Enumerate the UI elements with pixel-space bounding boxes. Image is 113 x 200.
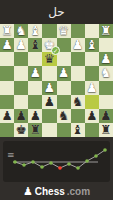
white-queen-d1: ♛ — [57, 24, 71, 38]
square-c2[interactable]: ♟ — [71, 38, 85, 52]
black-bishop-f2: ♝ — [28, 38, 42, 52]
square-e7[interactable] — [42, 109, 56, 123]
square-e4[interactable] — [42, 66, 56, 80]
square-g5[interactable] — [14, 81, 28, 95]
square-g8[interactable]: ♚ — [14, 123, 28, 137]
square-f1[interactable]: ♝ — [28, 24, 42, 38]
square-g3[interactable] — [14, 52, 28, 66]
white-knight-a4: ♞ — [99, 66, 113, 80]
chesscom-logo[interactable]: ♟Chess.com — [0, 183, 113, 200]
square-d4[interactable]: ♟ — [57, 66, 71, 80]
evaluation-graph-panel: ≡ — [3, 141, 110, 182]
square-f8[interactable]: ♜ — [28, 123, 42, 137]
square-a1[interactable]: ♜ — [99, 24, 113, 38]
square-a3[interactable]: ♟ — [99, 52, 113, 66]
square-h1[interactable]: ♜ — [0, 24, 14, 38]
square-g1[interactable]: ♞ — [14, 24, 28, 38]
white-rook-h1: ♜ — [0, 24, 14, 38]
square-c4[interactable] — [71, 66, 85, 80]
square-a6[interactable] — [99, 95, 113, 109]
black-pawn-f7: ♟ — [28, 109, 42, 123]
square-b7[interactable]: ♟ — [85, 109, 99, 123]
square-f4[interactable]: ♟ — [28, 66, 42, 80]
eval-point-1[interactable] — [22, 163, 26, 167]
eval-point-8[interactable] — [85, 159, 89, 163]
square-a5[interactable] — [99, 81, 113, 95]
square-f3[interactable] — [28, 52, 42, 66]
square-a4[interactable]: ♞ — [99, 66, 113, 80]
square-e5[interactable]: ♟ — [42, 81, 56, 95]
square-h7[interactable]: ♟ — [0, 109, 14, 123]
square-c1[interactable] — [71, 24, 85, 38]
chess-board: ♜♞♝♛♜♟♟♝♚♟♝♛♟♟♟♞♟♟♟♞♟♟♟♞♟♟♚♜♝♜ — [0, 24, 113, 137]
white-pawn-b5: ♟ — [85, 81, 99, 95]
white-rook-a1: ♜ — [99, 24, 113, 38]
eval-point-10[interactable] — [103, 148, 107, 152]
black-rook-f8: ♜ — [28, 123, 42, 137]
top-title-bar: حل — [0, 0, 113, 24]
correct-move-check-icon: ✓ — [51, 46, 60, 55]
white-pawn-e5: ♟ — [42, 81, 56, 95]
black-bishop-c8: ♝ — [71, 123, 85, 137]
black-pawn-e6: ♟ — [42, 95, 56, 109]
black-pawn-g7: ♟ — [14, 109, 28, 123]
square-b8[interactable] — [85, 123, 99, 137]
square-f2[interactable]: ♝ — [28, 38, 42, 52]
square-c8[interactable]: ♝ — [71, 123, 85, 137]
white-pawn-d4: ♟ — [57, 66, 71, 80]
white-pawn-f4: ♟ — [28, 66, 42, 80]
square-d5[interactable] — [57, 81, 71, 95]
eval-point-6[interactable] — [67, 162, 71, 166]
square-b1[interactable] — [85, 24, 99, 38]
square-h6[interactable] — [0, 95, 14, 109]
eval-point-9[interactable] — [94, 154, 98, 158]
black-pawn-h7: ♟ — [0, 109, 14, 123]
square-h5[interactable] — [0, 81, 14, 95]
eval-point-2[interactable] — [31, 160, 35, 164]
square-d8[interactable] — [57, 123, 71, 137]
square-a2[interactable] — [99, 38, 113, 52]
square-g4[interactable] — [14, 66, 28, 80]
square-b3[interactable] — [85, 52, 99, 66]
square-h2[interactable]: ♟ — [0, 38, 14, 52]
eval-point-3[interactable] — [40, 165, 44, 169]
square-g2[interactable]: ♟ — [14, 38, 28, 52]
white-pawn-h2: ♟ — [0, 38, 14, 52]
square-d3[interactable] — [57, 52, 71, 66]
square-c7[interactable] — [71, 109, 85, 123]
square-h3[interactable] — [0, 52, 14, 66]
eval-point-5[interactable] — [58, 166, 62, 170]
square-a7[interactable]: ♟ — [99, 109, 113, 123]
black-king-g8: ♚ — [14, 123, 28, 137]
black-knight-d7: ♞ — [57, 109, 71, 123]
square-c5[interactable] — [71, 81, 85, 95]
brand-name: Chess — [35, 186, 65, 197]
square-b4[interactable] — [85, 66, 99, 80]
pawn-logo-icon: ♟ — [23, 186, 33, 197]
evaluation-graph — [3, 141, 110, 182]
square-e8[interactable] — [42, 123, 56, 137]
eval-point-7[interactable] — [76, 166, 80, 170]
square-g7[interactable]: ♟ — [14, 109, 28, 123]
black-knight-c6: ♞ — [71, 95, 85, 109]
white-bishop-f1: ♝ — [28, 24, 42, 38]
square-c6[interactable]: ♞ — [71, 95, 85, 109]
square-h8[interactable] — [0, 123, 14, 137]
white-knight-g1: ♞ — [14, 24, 28, 38]
page-title: حل — [48, 0, 65, 24]
square-b2[interactable]: ♝ — [85, 38, 99, 52]
square-a8[interactable]: ♜ — [99, 123, 113, 137]
brand-suffix: .com — [67, 186, 90, 197]
square-d7[interactable]: ♞ — [57, 109, 71, 123]
white-pawn-g2: ♟ — [14, 38, 28, 52]
eval-point-4[interactable] — [49, 161, 53, 165]
black-pawn-b7: ♟ — [85, 109, 99, 123]
square-d1[interactable]: ♛ — [57, 24, 71, 38]
white-pawn-c2: ♟ — [71, 38, 85, 52]
eval-point-0[interactable] — [13, 160, 17, 164]
square-h4[interactable] — [0, 66, 14, 80]
square-c3[interactable] — [71, 52, 85, 66]
square-d6[interactable] — [57, 95, 71, 109]
black-pawn-a7: ♟ — [99, 109, 113, 123]
square-f6[interactable] — [28, 95, 42, 109]
square-f5[interactable] — [28, 81, 42, 95]
black-rook-a8: ♜ — [99, 123, 113, 137]
eval-line — [15, 150, 105, 168]
white-bishop-b2: ♝ — [85, 38, 99, 52]
square-g6[interactable] — [14, 95, 28, 109]
white-pawn-a3: ♟ — [99, 52, 113, 66]
square-f7[interactable]: ♟ — [28, 109, 42, 123]
square-b6[interactable] — [85, 95, 99, 109]
square-b5[interactable]: ♟ — [85, 81, 99, 95]
square-e1[interactable] — [42, 24, 56, 38]
square-e6[interactable]: ♟ — [42, 95, 56, 109]
